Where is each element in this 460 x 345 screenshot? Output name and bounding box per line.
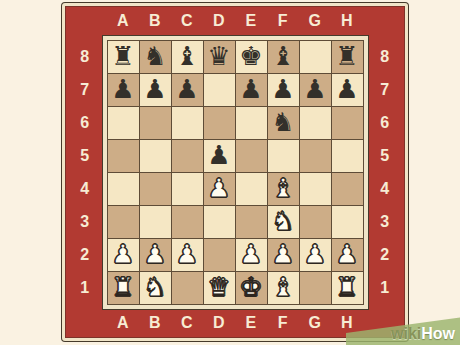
square-b7: ♟: [140, 74, 171, 106]
rank-label-3: 3: [380, 213, 389, 231]
white-rook-piece: ♜: [335, 272, 358, 303]
file-label-d: D: [203, 12, 235, 30]
white-pawn-piece: ♟: [143, 239, 166, 270]
white-pawn-piece: ♟: [271, 239, 294, 270]
white-pawn-piece: ♟: [175, 239, 198, 270]
square-e2: ♟: [236, 239, 267, 271]
file-label-a: A: [107, 314, 139, 332]
file-label-c: C: [171, 12, 203, 30]
square-c3: [172, 206, 203, 238]
black-pawn-piece: ♟: [239, 74, 262, 105]
board-grid: ♜♞♝♛♚♝♜♟♟♟♟♟♟♟♞♟♟♝♞♟♟♟♟♟♟♟♜♞♛♚♝♜: [107, 40, 364, 305]
square-g6: [300, 107, 331, 139]
square-h4: [332, 173, 363, 205]
square-g4: [300, 173, 331, 205]
square-f5: [268, 140, 299, 172]
square-a5: [108, 140, 139, 172]
square-b3: [140, 206, 171, 238]
rank-label-1: 1: [80, 279, 89, 297]
white-pawn-piece: ♟: [207, 173, 230, 204]
white-knight-piece: ♞: [271, 206, 294, 237]
square-a7: ♟: [108, 74, 139, 106]
file-label-d: D: [203, 314, 235, 332]
black-pawn-piece: ♟: [111, 74, 134, 105]
square-c5: [172, 140, 203, 172]
square-d1: ♛: [204, 272, 235, 304]
square-d5: ♟: [204, 140, 235, 172]
white-pawn-piece: ♟: [335, 239, 358, 270]
black-bishop-piece: ♝: [271, 41, 294, 72]
square-h2: ♟: [332, 239, 363, 271]
black-pawn-piece: ♟: [271, 74, 294, 105]
square-a1: ♜: [108, 272, 139, 304]
black-king-piece: ♚: [239, 41, 262, 72]
black-queen-piece: ♛: [207, 41, 230, 72]
square-a6: [108, 107, 139, 139]
square-e6: [236, 107, 267, 139]
square-c1: [172, 272, 203, 304]
file-label-b: B: [139, 314, 171, 332]
rank-label-3: 3: [80, 213, 89, 231]
rank-label-5: 5: [380, 147, 389, 165]
square-a8: ♜: [108, 41, 139, 73]
file-label-e: E: [235, 12, 267, 30]
file-labels-top: ABCDEFGH: [107, 6, 363, 36]
file-label-h: H: [331, 314, 363, 332]
black-knight-piece: ♞: [271, 107, 294, 138]
square-c4: [172, 173, 203, 205]
square-c8: ♝: [172, 41, 203, 73]
rank-label-2: 2: [80, 246, 89, 264]
board-middle: 87654321 ♜♞♝♛♚♝♜♟♟♟♟♟♟♟♞♟♟♝♞♟♟♟♟♟♟♟♜♞♛♚♝…: [65, 36, 405, 309]
square-c7: ♟: [172, 74, 203, 106]
square-e7: ♟: [236, 74, 267, 106]
rank-label-5: 5: [80, 147, 89, 165]
square-b5: [140, 140, 171, 172]
file-label-b: B: [139, 12, 171, 30]
rank-label-4: 4: [80, 180, 89, 198]
file-label-h: H: [331, 12, 363, 30]
square-f8: ♝: [268, 41, 299, 73]
square-b4: [140, 173, 171, 205]
square-f3: ♞: [268, 206, 299, 238]
black-pawn-piece: ♟: [335, 74, 358, 105]
square-c6: [172, 107, 203, 139]
square-d6: [204, 107, 235, 139]
square-e8: ♚: [236, 41, 267, 73]
file-label-a: A: [107, 12, 139, 30]
file-label-f: F: [267, 314, 299, 332]
watermark-wiki-text: wiki: [391, 326, 421, 342]
rank-label-2: 2: [380, 246, 389, 264]
rank-labels-right: 87654321: [368, 40, 403, 304]
square-d3: [204, 206, 235, 238]
square-f4: ♝: [268, 173, 299, 205]
square-f7: ♟: [268, 74, 299, 106]
square-b8: ♞: [140, 41, 171, 73]
square-d4: ♟: [204, 173, 235, 205]
white-knight-piece: ♞: [143, 272, 166, 303]
white-pawn-piece: ♟: [303, 239, 326, 270]
square-d2: [204, 239, 235, 271]
white-rook-piece: ♜: [111, 272, 134, 303]
black-knight-piece: ♞: [143, 41, 166, 72]
rank-labels-left: 87654321: [68, 40, 103, 304]
page: { "game": "chess", "description": "Chess…: [0, 0, 460, 345]
square-e5: [236, 140, 267, 172]
black-pawn-piece: ♟: [143, 74, 166, 105]
square-e3: [236, 206, 267, 238]
rank-label-7: 7: [80, 81, 89, 99]
file-labels-bottom: ABCDEFGH: [107, 309, 363, 339]
rank-label-6: 6: [80, 114, 89, 132]
file-label-c: C: [171, 314, 203, 332]
square-h6: [332, 107, 363, 139]
square-a4: [108, 173, 139, 205]
file-label-g: G: [299, 12, 331, 30]
chess-board: ABCDEFGH 87654321 ♜♞♝♛♚♝♜♟♟♟♟♟♟♟♞♟♟♝♞♟♟♟…: [62, 3, 408, 341]
square-g7: ♟: [300, 74, 331, 106]
square-a2: ♟: [108, 239, 139, 271]
square-f6: ♞: [268, 107, 299, 139]
square-d7: [204, 74, 235, 106]
square-b1: ♞: [140, 272, 171, 304]
square-g2: ♟: [300, 239, 331, 271]
square-g3: [300, 206, 331, 238]
square-g5: [300, 140, 331, 172]
square-g1: [300, 272, 331, 304]
black-pawn-piece: ♟: [175, 74, 198, 105]
square-a3: [108, 206, 139, 238]
black-pawn-piece: ♟: [207, 140, 230, 171]
white-queen-piece: ♛: [207, 272, 230, 303]
white-pawn-piece: ♟: [239, 239, 262, 270]
watermark-how-text: How: [421, 326, 455, 342]
board-inner-frame: ♜♞♝♛♚♝♜♟♟♟♟♟♟♟♞♟♟♝♞♟♟♟♟♟♟♟♜♞♛♚♝♜: [103, 36, 368, 309]
black-rook-piece: ♜: [335, 41, 358, 72]
square-h8: ♜: [332, 41, 363, 73]
white-bishop-piece: ♝: [271, 173, 294, 204]
rank-label-8: 8: [80, 48, 89, 66]
file-label-e: E: [235, 314, 267, 332]
rank-label-4: 4: [380, 180, 389, 198]
square-e1: ♚: [236, 272, 267, 304]
square-f2: ♟: [268, 239, 299, 271]
square-c2: ♟: [172, 239, 203, 271]
square-h7: ♟: [332, 74, 363, 106]
square-e4: [236, 173, 267, 205]
black-bishop-piece: ♝: [175, 41, 198, 72]
file-label-f: F: [267, 12, 299, 30]
square-h3: [332, 206, 363, 238]
black-pawn-piece: ♟: [303, 74, 326, 105]
square-b2: ♟: [140, 239, 171, 271]
square-d8: ♛: [204, 41, 235, 73]
rank-label-1: 1: [380, 279, 389, 297]
rank-label-8: 8: [380, 48, 389, 66]
rank-label-6: 6: [380, 114, 389, 132]
black-rook-piece: ♜: [111, 41, 134, 72]
square-f1: ♝: [268, 272, 299, 304]
white-king-piece: ♚: [239, 272, 262, 303]
rank-label-7: 7: [380, 81, 389, 99]
square-g8: [300, 41, 331, 73]
white-pawn-piece: ♟: [111, 239, 134, 270]
white-bishop-piece: ♝: [271, 272, 294, 303]
file-label-g: G: [299, 314, 331, 332]
square-b6: [140, 107, 171, 139]
square-h5: [332, 140, 363, 172]
square-h1: ♜: [332, 272, 363, 304]
